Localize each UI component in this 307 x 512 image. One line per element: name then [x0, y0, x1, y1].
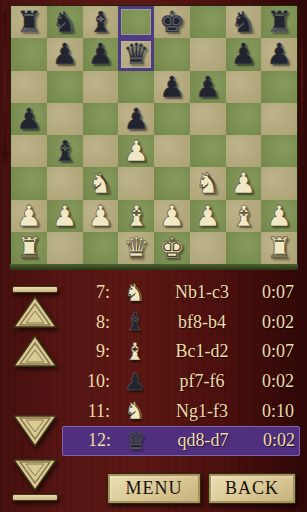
white-pawn-piece: ♟ — [16, 201, 42, 231]
square-d2[interactable]: ♝ — [118, 200, 154, 232]
back-button[interactable]: BACK — [208, 473, 296, 504]
square-h4[interactable] — [261, 135, 297, 167]
square-g2[interactable]: ♝ — [226, 200, 262, 232]
move-time: 0:07 — [252, 282, 300, 303]
black-king-piece: ♚ — [159, 7, 185, 37]
square-b6[interactable] — [47, 71, 83, 103]
up-triangle-icon — [12, 295, 58, 329]
square-b3[interactable] — [47, 167, 83, 199]
move-row[interactable]: 8:♝bf8-b40:02 — [62, 308, 300, 338]
move-list: 7:♞Nb1-c30:078:♝bf8-b40:029:♝Bc1-d20:071… — [62, 278, 300, 456]
bottom-bar-icon — [12, 494, 58, 501]
right-edge-arrow-icon — [298, 152, 306, 164]
black-queen-piece: ♛ — [123, 39, 149, 69]
square-c6[interactable] — [83, 71, 119, 103]
white-knight-icon: ♞ — [118, 280, 152, 306]
square-g4[interactable] — [226, 135, 262, 167]
left-edge-arrow-icon — [1, 152, 9, 164]
move-row[interactable]: 10:♟pf7-f60:02 — [62, 367, 300, 397]
white-knight-piece: ♞ — [87, 168, 113, 198]
move-number: 7: — [62, 282, 118, 303]
black-queen-icon: ♛ — [119, 428, 153, 454]
square-h8[interactable]: ♜ — [261, 6, 297, 38]
move-time: 0:02 — [253, 430, 301, 451]
white-pawn-piece: ♟ — [230, 168, 256, 198]
white-knight-icon: ♞ — [118, 398, 152, 424]
square-f4[interactable] — [190, 135, 226, 167]
black-rook-piece: ♜ — [16, 7, 42, 37]
square-b1[interactable] — [47, 232, 83, 264]
move-notation: Bc1-d2 — [152, 341, 252, 362]
black-pawn-piece: ♟ — [159, 72, 185, 102]
square-d6[interactable] — [118, 71, 154, 103]
move-notation: qd8-d7 — [153, 430, 253, 451]
square-f1[interactable] — [190, 232, 226, 264]
next-move-button[interactable] — [12, 414, 58, 448]
top-bar-icon — [12, 286, 58, 293]
square-e5[interactable] — [154, 103, 190, 135]
up-triangle-icon — [12, 334, 58, 368]
black-pawn-piece: ♟ — [87, 39, 113, 69]
white-pawn-piece: ♟ — [266, 201, 292, 231]
move-notation: Nb1-c3 — [152, 282, 252, 303]
down-triangle-icon — [12, 414, 58, 448]
square-d7[interactable]: ♛ — [118, 38, 154, 70]
square-h3[interactable] — [261, 167, 297, 199]
square-a2[interactable]: ♟ — [11, 200, 47, 232]
square-e7[interactable] — [154, 38, 190, 70]
move-number: 12: — [63, 430, 119, 451]
square-d3[interactable] — [118, 167, 154, 199]
black-bishop-piece: ♝ — [87, 7, 113, 37]
white-bishop-piece: ♝ — [123, 201, 149, 231]
square-e1[interactable]: ♚ — [154, 232, 190, 264]
square-c2[interactable]: ♟ — [83, 200, 119, 232]
square-d5[interactable]: ♟ — [118, 103, 154, 135]
white-queen-piece: ♛ — [123, 233, 149, 263]
square-b4[interactable]: ♝ — [47, 135, 83, 167]
square-h2[interactable]: ♟ — [261, 200, 297, 232]
jump-to-start-button[interactable] — [12, 286, 58, 329]
square-c7[interactable]: ♟ — [83, 38, 119, 70]
square-d4[interactable]: ♟ — [118, 135, 154, 167]
move-notation: Ng1-f3 — [152, 401, 252, 422]
square-c3[interactable]: ♞ — [83, 167, 119, 199]
square-a7[interactable] — [11, 38, 47, 70]
white-rook-piece: ♜ — [16, 233, 42, 263]
black-knight-piece: ♞ — [52, 7, 78, 37]
square-a8[interactable]: ♜ — [11, 6, 47, 38]
right-edge-ornament — [301, 12, 303, 152]
white-pawn-piece: ♟ — [52, 201, 78, 231]
black-pawn-piece: ♟ — [123, 104, 149, 134]
white-pawn-piece: ♟ — [195, 201, 221, 231]
white-bishop-piece: ♝ — [230, 201, 256, 231]
square-g6[interactable] — [226, 71, 262, 103]
move-row[interactable]: 7:♞Nb1-c30:07 — [62, 278, 300, 308]
square-a5[interactable]: ♟ — [11, 103, 47, 135]
black-pawn-piece: ♟ — [195, 72, 221, 102]
square-a6[interactable] — [11, 71, 47, 103]
square-e2[interactable]: ♟ — [154, 200, 190, 232]
square-g3[interactable]: ♟ — [226, 167, 262, 199]
square-f6[interactable]: ♟ — [190, 71, 226, 103]
square-c4[interactable] — [83, 135, 119, 167]
square-h1[interactable]: ♜ — [261, 232, 297, 264]
square-g5[interactable] — [226, 103, 262, 135]
white-bishop-icon: ♝ — [118, 339, 152, 365]
square-g1[interactable] — [226, 232, 262, 264]
move-time: 0:10 — [252, 401, 300, 422]
square-e3[interactable] — [154, 167, 190, 199]
move-time: 0:02 — [252, 312, 300, 333]
move-number: 10: — [62, 371, 118, 392]
black-bishop-piece: ♝ — [52, 136, 78, 166]
black-pawn-piece: ♟ — [230, 39, 256, 69]
white-king-piece: ♚ — [159, 233, 185, 263]
square-e8[interactable]: ♚ — [154, 6, 190, 38]
square-c1[interactable] — [83, 232, 119, 264]
black-rook-piece: ♜ — [266, 7, 292, 37]
chess-board[interactable]: ♜♞♝♚♞♜♟♟♛♟♟♟♟♟♟♝♟♞♞♟♟♟♟♝♟♟♝♟♜♛♚♜ — [10, 5, 298, 265]
move-row[interactable]: 9:♝Bc1-d20:07 — [62, 337, 300, 367]
square-h6[interactable] — [261, 71, 297, 103]
white-pawn-piece: ♟ — [87, 201, 113, 231]
move-notation: bf8-b4 — [152, 312, 252, 333]
square-a4[interactable] — [11, 135, 47, 167]
square-b7[interactable]: ♟ — [47, 38, 83, 70]
chess-app-screen: ♜♞♝♚♞♜♟♟♛♟♟♟♟♟♟♝♟♞♞♟♟♟♟♝♟♟♝♟♜♛♚♜ — [0, 0, 307, 512]
board-bottom-bevel — [10, 264, 298, 270]
square-b8[interactable]: ♞ — [47, 6, 83, 38]
square-f2[interactable]: ♟ — [190, 200, 226, 232]
square-f8[interactable] — [190, 6, 226, 38]
square-c5[interactable] — [83, 103, 119, 135]
square-b2[interactable]: ♟ — [47, 200, 83, 232]
left-edge-ornament — [4, 12, 6, 152]
black-pawn-piece: ♟ — [266, 39, 292, 69]
black-pawn-icon: ♟ — [118, 369, 152, 395]
jump-to-end-button[interactable] — [12, 458, 58, 501]
white-pawn-piece: ♟ — [159, 201, 185, 231]
white-rook-piece: ♜ — [266, 233, 292, 263]
menu-button[interactable]: MENU — [107, 473, 201, 504]
square-h7[interactable]: ♟ — [261, 38, 297, 70]
move-number: 11: — [62, 401, 118, 422]
square-g8[interactable]: ♞ — [226, 6, 262, 38]
square-f3[interactable]: ♞ — [190, 167, 226, 199]
move-notation: pf7-f6 — [152, 371, 252, 392]
move-row[interactable]: 11:♞Ng1-f30:10 — [62, 396, 300, 426]
previous-move-button[interactable] — [12, 334, 58, 368]
square-d1[interactable]: ♛ — [118, 232, 154, 264]
move-time: 0:07 — [252, 341, 300, 362]
move-row-selected[interactable]: 12:♛qd8-d70:02 — [62, 426, 300, 456]
black-bishop-icon: ♝ — [118, 309, 152, 335]
square-d8[interactable] — [118, 6, 154, 38]
black-knight-piece: ♞ — [230, 7, 256, 37]
black-pawn-piece: ♟ — [52, 39, 78, 69]
square-f7[interactable] — [190, 38, 226, 70]
white-knight-piece: ♞ — [195, 168, 221, 198]
square-e4[interactable] — [154, 135, 190, 167]
square-e6[interactable]: ♟ — [154, 71, 190, 103]
square-h5[interactable] — [261, 103, 297, 135]
move-time: 0:02 — [252, 371, 300, 392]
square-a3[interactable] — [11, 167, 47, 199]
square-f5[interactable] — [190, 103, 226, 135]
square-b5[interactable] — [47, 103, 83, 135]
square-g7[interactable]: ♟ — [226, 38, 262, 70]
square-a1[interactable]: ♜ — [11, 232, 47, 264]
black-pawn-piece: ♟ — [16, 104, 42, 134]
move-number: 8: — [62, 312, 118, 333]
square-c8[interactable]: ♝ — [83, 6, 119, 38]
white-pawn-piece: ♟ — [123, 136, 149, 166]
move-number: 9: — [62, 341, 118, 362]
down-triangle-icon — [12, 458, 58, 492]
